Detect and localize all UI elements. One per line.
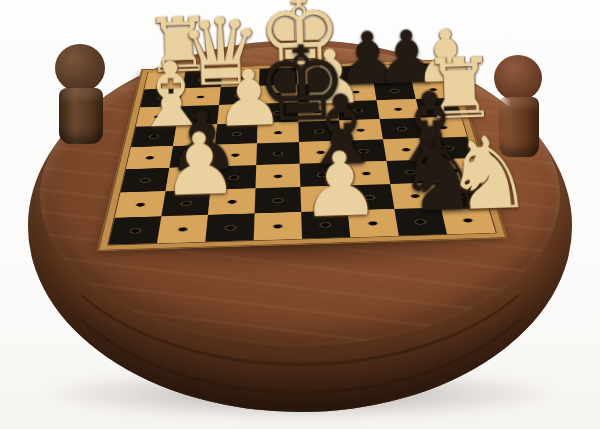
square-c3 bbox=[211, 165, 257, 190]
square-a4 bbox=[126, 146, 173, 169]
white-rook-a8-piece: ♜ bbox=[143, 7, 183, 84]
square-g4 bbox=[383, 138, 430, 161]
square-f6 bbox=[337, 100, 379, 120]
square-c8 bbox=[221, 69, 260, 87]
square-f2 bbox=[345, 184, 394, 210]
square-a7 bbox=[140, 88, 182, 107]
square-d5: ♚ bbox=[257, 122, 299, 144]
square-c6 bbox=[217, 104, 258, 124]
square-d8: ♚ bbox=[259, 68, 297, 86]
square-d6 bbox=[258, 103, 299, 123]
square-c4 bbox=[213, 143, 257, 166]
left-knob-handle bbox=[55, 44, 105, 152]
right-knob-handle bbox=[494, 55, 542, 161]
square-c7 bbox=[219, 86, 259, 105]
square-g1: ♞ bbox=[394, 208, 447, 236]
square-d1 bbox=[254, 212, 302, 240]
square-c1 bbox=[205, 213, 254, 241]
square-d7 bbox=[258, 85, 297, 104]
white-pawn-h7-piece: ♟ bbox=[412, 20, 453, 94]
square-a2 bbox=[115, 191, 166, 218]
square-e5 bbox=[298, 120, 341, 142]
black-pawn-g7-piece: ♟ bbox=[373, 21, 414, 95]
square-g6 bbox=[377, 99, 421, 119]
square-h5: ♜ bbox=[420, 117, 467, 138]
square-b8 bbox=[183, 70, 223, 88]
square-c2 bbox=[208, 188, 255, 214]
square-e1: ♟ bbox=[301, 210, 350, 238]
square-a5: ♝ bbox=[131, 126, 176, 148]
square-f1 bbox=[348, 209, 399, 237]
board-grid: ♜♚♛♟♟♟♟♝♟♚♜♟♝♝♟♟♞♞ bbox=[109, 63, 496, 245]
square-b5 bbox=[173, 124, 217, 146]
chessboard-perspective: ♜♚♛♟♟♟♟♝♟♚♜♟♝♝♟♟♞♞ bbox=[118, 0, 481, 323]
square-e2 bbox=[300, 186, 347, 212]
square-a8: ♜ bbox=[144, 71, 185, 89]
square-f4 bbox=[341, 139, 387, 162]
square-h1: ♞ bbox=[441, 206, 496, 234]
right-knob-ball bbox=[494, 55, 542, 101]
square-h4 bbox=[425, 137, 473, 160]
square-b1 bbox=[157, 215, 208, 243]
square-a6 bbox=[136, 106, 180, 126]
square-d4 bbox=[256, 142, 299, 165]
square-e7 bbox=[297, 84, 337, 103]
square-g7: ♟ bbox=[374, 81, 416, 100]
left-knob-base bbox=[59, 88, 103, 144]
square-g3: ♝ bbox=[387, 160, 436, 185]
left-knob-ball bbox=[55, 44, 105, 92]
square-b4 bbox=[169, 145, 215, 168]
right-knob-base bbox=[499, 97, 539, 157]
square-h6 bbox=[416, 98, 461, 118]
chessboard-frame: ♜♚♛♟♟♟♟♝♟♚♜♟♝♝♟♟♞♞ bbox=[98, 60, 506, 251]
square-f5 bbox=[339, 119, 383, 141]
square-e3: ♝ bbox=[300, 162, 346, 187]
chessboard-tilt-wrapper: ♜♚♛♟♟♟♟♝♟♚♜♟♝♝♟♟♞♞ bbox=[118, 0, 481, 323]
square-h7: ♟ bbox=[412, 80, 455, 99]
square-b3: ♟ bbox=[166, 166, 213, 191]
square-c5: ♟ bbox=[215, 123, 258, 145]
square-e6: ♟ bbox=[298, 101, 339, 121]
black-pawn-f7-piece: ♟ bbox=[334, 22, 375, 96]
square-b7: ♛ bbox=[180, 87, 221, 106]
square-d3 bbox=[255, 164, 300, 189]
white-king-d8-piece: ♚ bbox=[256, 0, 297, 81]
square-h3 bbox=[430, 158, 480, 182]
square-a3 bbox=[121, 168, 170, 193]
square-b6 bbox=[176, 105, 219, 125]
square-e4 bbox=[299, 141, 343, 164]
square-g2 bbox=[390, 183, 441, 209]
travel-chess-set-photo: ♜♚♛♟♟♟♟♝♟♚♜♟♝♝♟♟♞♞ bbox=[0, 0, 600, 429]
square-a1 bbox=[109, 216, 162, 245]
square-f3 bbox=[343, 161, 390, 186]
square-f8 bbox=[334, 66, 374, 84]
square-h8 bbox=[408, 63, 450, 81]
square-g5 bbox=[380, 118, 425, 140]
square-d2 bbox=[255, 187, 302, 213]
square-g8 bbox=[371, 64, 412, 82]
square-f7: ♟ bbox=[335, 82, 376, 101]
square-e8 bbox=[297, 67, 336, 85]
square-h2 bbox=[435, 181, 487, 207]
square-b2: ♟ bbox=[161, 190, 210, 217]
